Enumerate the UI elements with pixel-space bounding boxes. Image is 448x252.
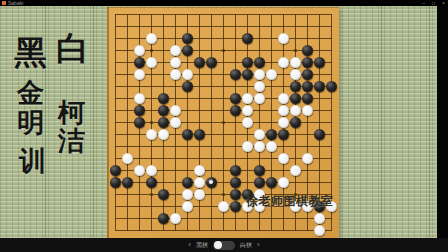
white-stone [266, 69, 277, 80]
white-stone [278, 177, 289, 188]
star-point [150, 121, 153, 124]
white-stone [290, 69, 301, 80]
star-point [222, 49, 225, 52]
white-stone [146, 165, 157, 176]
black-stone [314, 129, 325, 140]
star-point [222, 193, 225, 196]
white-stone [170, 57, 181, 68]
black-stone [290, 81, 301, 92]
white-stone [290, 105, 301, 116]
black-stone [230, 93, 241, 104]
star-point [150, 49, 153, 52]
white-stone [314, 225, 325, 236]
white-stone [134, 45, 145, 56]
black-stone [194, 129, 205, 140]
white-stone [266, 141, 277, 152]
white-stone [170, 45, 181, 56]
white-stone [146, 33, 157, 44]
black-stone [182, 81, 193, 92]
white-stone [302, 153, 313, 164]
black-stone [158, 105, 169, 116]
white-stone [242, 141, 253, 152]
white-stone [242, 105, 253, 116]
white-stone [218, 201, 229, 212]
star-point [294, 49, 297, 52]
black-stone [230, 201, 241, 212]
white-stone [182, 69, 193, 80]
black-stone [278, 129, 289, 140]
white-stone [254, 93, 265, 104]
black-player-name-char: 明 [17, 109, 44, 137]
white-stone [278, 93, 289, 104]
black-stone [266, 129, 277, 140]
black-stone [146, 177, 157, 188]
star-point [150, 193, 153, 196]
white-stone [182, 201, 193, 212]
app-window: Sabaki – □ × 黑 白 金 明 训 柯 洁 徐老师围棋教室 ‹ 黑棋 … [0, 0, 448, 252]
color-toggle[interactable] [213, 241, 235, 250]
white-stone [290, 165, 301, 176]
white-stone [122, 153, 133, 164]
black-toggle-label[interactable]: 黑棋 [196, 241, 208, 250]
black-stone [326, 81, 337, 92]
white-stone [158, 129, 169, 140]
white-stone [278, 57, 289, 68]
black-stone [290, 117, 301, 128]
black-stone [230, 69, 241, 80]
white-stone [170, 117, 181, 128]
white-stone [194, 177, 205, 188]
black-stone [134, 57, 145, 68]
white-stone [254, 81, 265, 92]
black-stone [254, 165, 265, 176]
black-stone [254, 57, 265, 68]
white-stone [170, 69, 181, 80]
white-player-name-char: 洁 [58, 127, 85, 155]
black-stone [314, 57, 325, 68]
black-player-label: 黑 [14, 36, 47, 70]
white-stone [134, 165, 145, 176]
black-stone [314, 81, 325, 92]
black-stone [182, 177, 193, 188]
white-stone [254, 129, 265, 140]
black-stone [110, 177, 121, 188]
black-stone [194, 57, 205, 68]
black-stone [242, 69, 253, 80]
black-stone [110, 165, 121, 176]
white-stone [278, 117, 289, 128]
black-stone [230, 189, 241, 200]
white-stone [278, 153, 289, 164]
black-stone [206, 57, 217, 68]
black-stone [182, 45, 193, 56]
black-stone [182, 129, 193, 140]
video-area: 黑 白 金 明 训 柯 洁 徐老师围棋教室 [0, 6, 437, 238]
white-stone [278, 33, 289, 44]
black-stone [230, 177, 241, 188]
black-stone [254, 177, 265, 188]
app-icon [2, 1, 6, 5]
white-stone [254, 69, 265, 80]
black-stone [206, 177, 217, 188]
black-player-name-char: 训 [19, 147, 46, 175]
white-stone [134, 93, 145, 104]
black-stone [302, 93, 313, 104]
white-stone [302, 105, 313, 116]
white-stone [242, 93, 253, 104]
black-stone [158, 189, 169, 200]
black-stone [302, 45, 313, 56]
white-stone [194, 165, 205, 176]
black-stone [302, 69, 313, 80]
toggle-knob[interactable] [214, 241, 222, 249]
black-stone [242, 57, 253, 68]
white-stone [170, 105, 181, 116]
right-letterbox [437, 6, 448, 238]
white-player-name-char: 柯 [58, 99, 85, 127]
black-stone [134, 117, 145, 128]
white-stone [314, 213, 325, 224]
white-player-label: 白 [56, 32, 89, 66]
last-move-marker [209, 180, 213, 184]
black-stone [242, 33, 253, 44]
white-stone [146, 129, 157, 140]
star-point [222, 121, 225, 124]
white-stone [254, 141, 265, 152]
watermark-text: 徐老师围棋教室 [246, 193, 334, 210]
black-stone [182, 33, 193, 44]
black-stone [230, 165, 241, 176]
black-stone [158, 93, 169, 104]
black-stone [302, 81, 313, 92]
white-toggle-label[interactable]: 白棋 [240, 241, 252, 250]
black-stone [122, 177, 133, 188]
white-stone [134, 69, 145, 80]
black-stone [290, 93, 301, 104]
prev-move-icon[interactable]: ‹ [188, 240, 191, 250]
black-player-name-char: 金 [17, 79, 44, 107]
white-stone [146, 57, 157, 68]
white-stone [242, 117, 253, 128]
black-stone [266, 177, 277, 188]
white-stone [182, 189, 193, 200]
black-stone [134, 105, 145, 116]
next-move-icon[interactable]: › [257, 240, 260, 250]
black-stone [158, 213, 169, 224]
bottom-control-bar: ‹ 黑棋 白棋 › [0, 238, 448, 252]
white-stone [290, 57, 301, 68]
white-stone [194, 189, 205, 200]
black-stone [302, 57, 313, 68]
black-stone [230, 105, 241, 116]
white-stone [278, 105, 289, 116]
black-stone [158, 117, 169, 128]
white-stone [170, 213, 181, 224]
